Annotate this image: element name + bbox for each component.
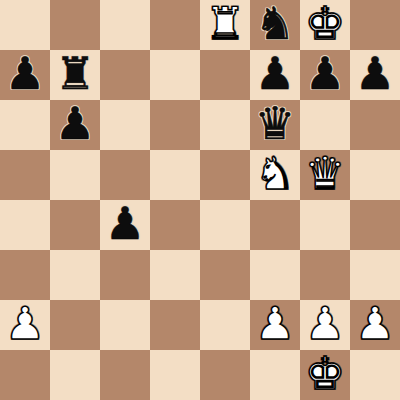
square-f1[interactable] — [250, 350, 300, 400]
square-g2[interactable]: ♟ — [300, 300, 350, 350]
black-pawn[interactable]: ♟ — [55, 99, 95, 149]
square-h8[interactable] — [350, 0, 400, 50]
square-b2[interactable] — [50, 300, 100, 350]
black-pawn[interactable]: ♟ — [305, 49, 345, 99]
square-f7[interactable]: ♟ — [250, 50, 300, 100]
square-d5[interactable] — [150, 150, 200, 200]
square-g7[interactable]: ♟ — [300, 50, 350, 100]
square-f4[interactable] — [250, 200, 300, 250]
square-c3[interactable] — [100, 250, 150, 300]
square-e4[interactable] — [200, 200, 250, 250]
square-d1[interactable] — [150, 350, 200, 400]
square-g3[interactable] — [300, 250, 350, 300]
white-rook[interactable]: ♜ — [205, 0, 245, 49]
square-c7[interactable] — [100, 50, 150, 100]
square-h7[interactable]: ♟ — [350, 50, 400, 100]
square-h5[interactable] — [350, 150, 400, 200]
square-g5[interactable]: ♛ — [300, 150, 350, 200]
square-f2[interactable]: ♟ — [250, 300, 300, 350]
white-pawn[interactable]: ♟ — [355, 299, 395, 349]
square-a7[interactable]: ♟ — [0, 50, 50, 100]
square-h6[interactable] — [350, 100, 400, 150]
square-c1[interactable] — [100, 350, 150, 400]
square-h4[interactable] — [350, 200, 400, 250]
square-f5[interactable]: ♞ — [250, 150, 300, 200]
square-b1[interactable] — [50, 350, 100, 400]
square-d4[interactable] — [150, 200, 200, 250]
square-d2[interactable] — [150, 300, 200, 350]
square-h3[interactable] — [350, 250, 400, 300]
square-f3[interactable] — [250, 250, 300, 300]
square-d3[interactable] — [150, 250, 200, 300]
black-pawn[interactable]: ♟ — [105, 199, 145, 249]
square-c2[interactable] — [100, 300, 150, 350]
black-queen[interactable]: ♛ — [255, 99, 295, 149]
square-b8[interactable] — [50, 0, 100, 50]
square-a3[interactable] — [0, 250, 50, 300]
square-e3[interactable] — [200, 250, 250, 300]
square-g1[interactable]: ♚ — [300, 350, 350, 400]
square-g4[interactable] — [300, 200, 350, 250]
chess-board: ♜♞♚♟♜♟♟♟♟♛♞♛♟♟♟♟♟♚ — [0, 0, 400, 400]
square-e8[interactable]: ♜ — [200, 0, 250, 50]
white-queen[interactable]: ♛ — [305, 149, 345, 199]
square-e6[interactable] — [200, 100, 250, 150]
square-f8[interactable]: ♞ — [250, 0, 300, 50]
chess-board-container: ♜♞♚♟♜♟♟♟♟♛♞♛♟♟♟♟♟♚ — [0, 0, 400, 400]
square-e7[interactable] — [200, 50, 250, 100]
square-e1[interactable] — [200, 350, 250, 400]
square-d7[interactable] — [150, 50, 200, 100]
square-b5[interactable] — [50, 150, 100, 200]
square-a1[interactable] — [0, 350, 50, 400]
square-d6[interactable] — [150, 100, 200, 150]
black-rook[interactable]: ♜ — [55, 49, 95, 99]
square-b4[interactable] — [50, 200, 100, 250]
square-c6[interactable] — [100, 100, 150, 150]
white-pawn[interactable]: ♟ — [255, 299, 295, 349]
white-pawn[interactable]: ♟ — [305, 299, 345, 349]
square-a5[interactable] — [0, 150, 50, 200]
square-a8[interactable] — [0, 0, 50, 50]
square-h1[interactable] — [350, 350, 400, 400]
square-a6[interactable] — [0, 100, 50, 150]
black-pawn[interactable]: ♟ — [255, 49, 295, 99]
white-pawn[interactable]: ♟ — [5, 299, 45, 349]
square-a2[interactable]: ♟ — [0, 300, 50, 350]
square-c8[interactable] — [100, 0, 150, 50]
square-b3[interactable] — [50, 250, 100, 300]
square-c5[interactable] — [100, 150, 150, 200]
square-b6[interactable]: ♟ — [50, 100, 100, 150]
black-pawn[interactable]: ♟ — [5, 49, 45, 99]
square-f6[interactable]: ♛ — [250, 100, 300, 150]
white-king[interactable]: ♚ — [305, 0, 345, 49]
black-pawn[interactable]: ♟ — [355, 49, 395, 99]
black-knight[interactable]: ♞ — [255, 0, 295, 49]
square-e2[interactable] — [200, 300, 250, 350]
white-knight[interactable]: ♞ — [255, 149, 295, 199]
square-a4[interactable] — [0, 200, 50, 250]
square-h2[interactable]: ♟ — [350, 300, 400, 350]
square-d8[interactable] — [150, 0, 200, 50]
square-b7[interactable]: ♜ — [50, 50, 100, 100]
white-king[interactable]: ♚ — [305, 349, 345, 399]
square-e5[interactable] — [200, 150, 250, 200]
square-g8[interactable]: ♚ — [300, 0, 350, 50]
square-g6[interactable] — [300, 100, 350, 150]
square-c4[interactable]: ♟ — [100, 200, 150, 250]
